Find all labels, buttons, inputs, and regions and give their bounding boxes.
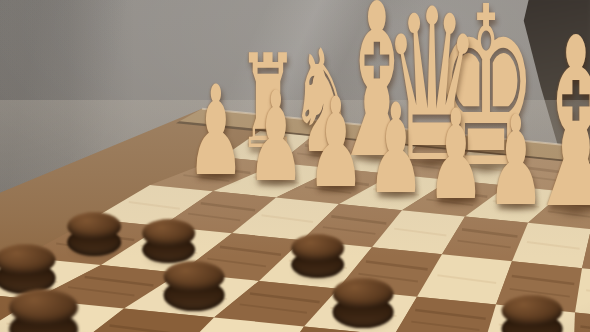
chess-piece-pawn: ♟ <box>427 107 485 204</box>
chess-piece-pawn: ♟ <box>187 83 245 180</box>
checker-piece-dark <box>142 219 196 263</box>
checker-face <box>142 219 196 247</box>
checker-piece-dark <box>502 295 563 332</box>
checker-piece-dark <box>291 234 345 278</box>
photo-scene: ♜♞♝♛♚♟♟♟♟♟♟♝ <box>0 0 590 332</box>
checker-face <box>291 234 345 262</box>
checker-face <box>502 295 563 326</box>
checker-piece-dark <box>164 261 225 311</box>
checker-piece-dark <box>9 289 79 332</box>
pieces-layer: ♜♞♝♛♚♟♟♟♟♟♟♝ <box>0 0 590 332</box>
chess-piece-pawn: ♟ <box>487 113 545 210</box>
checker-piece-dark <box>333 278 394 328</box>
checker-face <box>67 212 121 240</box>
checker-face <box>333 278 394 309</box>
checker-piece-dark <box>0 244 56 294</box>
checker-piece-dark <box>67 212 121 256</box>
chess-piece-pawn: ♟ <box>307 95 365 192</box>
chess-piece-pawn: ♟ <box>367 101 425 198</box>
checker-face <box>164 261 225 292</box>
chess-piece-pawn: ♟ <box>247 89 305 186</box>
checker-face <box>9 289 79 325</box>
